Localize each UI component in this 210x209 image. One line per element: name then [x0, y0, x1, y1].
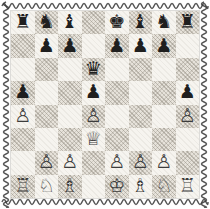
square-h5[interactable]: ♟	[176, 81, 200, 104]
square-f1[interactable]: ♗	[129, 175, 153, 198]
piece-black-pawn[interactable]: ♟	[179, 82, 196, 101]
square-e3[interactable]	[105, 128, 129, 151]
square-c6[interactable]	[58, 58, 82, 81]
piece-white-pawn[interactable]: ♙	[155, 152, 172, 171]
square-a1[interactable]: ♖	[11, 175, 35, 198]
piece-white-pawn[interactable]: ♙	[38, 152, 55, 171]
square-a4[interactable]: ♙	[11, 105, 35, 128]
square-f3[interactable]	[129, 128, 153, 151]
piece-white-pawn[interactable]: ♙	[61, 152, 78, 171]
square-c5[interactable]	[58, 81, 82, 104]
square-e7[interactable]: ♟	[105, 34, 129, 57]
wave-line	[2, 4, 208, 9]
square-a2[interactable]	[11, 151, 35, 174]
piece-white-pawn[interactable]: ♙	[179, 106, 196, 125]
square-h7[interactable]	[176, 34, 200, 57]
piece-black-bishop[interactable]: ♝	[61, 12, 78, 31]
piece-black-pawn[interactable]: ♟	[155, 36, 172, 55]
square-e4[interactable]	[105, 105, 129, 128]
piece-white-bishop[interactable]: ♗	[61, 176, 78, 195]
square-h4[interactable]: ♙	[176, 105, 200, 128]
piece-white-rook[interactable]: ♖	[14, 176, 31, 195]
square-h8[interactable]: ♜	[176, 11, 200, 34]
square-c7[interactable]: ♟	[58, 34, 82, 57]
piece-black-pawn[interactable]: ♟	[14, 82, 31, 101]
square-f5[interactable]	[129, 81, 153, 104]
square-e1[interactable]: ♔	[105, 175, 129, 198]
square-b8[interactable]: ♞	[35, 11, 59, 34]
square-f8[interactable]: ♝	[129, 11, 153, 34]
piece-black-pawn[interactable]: ♟	[61, 36, 78, 55]
square-g7[interactable]: ♟	[152, 34, 176, 57]
square-b7[interactable]: ♟	[35, 34, 59, 57]
piece-black-rook[interactable]: ♜	[179, 12, 196, 31]
piece-black-queen[interactable]: ♛	[85, 59, 102, 78]
square-b4[interactable]	[35, 105, 59, 128]
piece-white-bishop[interactable]: ♗	[132, 176, 149, 195]
square-a5[interactable]: ♟	[11, 81, 35, 104]
piece-white-rook[interactable]: ♖	[179, 176, 196, 195]
square-e5[interactable]	[105, 81, 129, 104]
square-h2[interactable]	[176, 151, 200, 174]
square-b3[interactable]	[35, 128, 59, 151]
wave-line	[202, 2, 207, 207]
square-d5[interactable]: ♟	[82, 81, 106, 104]
wave-line	[2, 200, 208, 205]
piece-black-king[interactable]: ♚	[108, 12, 125, 31]
square-c8[interactable]: ♝	[58, 11, 82, 34]
piece-white-king[interactable]: ♔	[108, 176, 125, 195]
square-g8[interactable]: ♞	[152, 11, 176, 34]
square-g6[interactable]	[152, 58, 176, 81]
square-g2[interactable]: ♙	[152, 151, 176, 174]
piece-white-knight[interactable]: ♘	[38, 176, 55, 195]
square-d4[interactable]: ♙	[82, 105, 106, 128]
square-d2[interactable]	[82, 151, 106, 174]
piece-white-pawn[interactable]: ♙	[108, 152, 125, 171]
square-d6[interactable]: ♛	[82, 58, 106, 81]
square-f7[interactable]: ♟	[129, 34, 153, 57]
square-c2[interactable]: ♙	[58, 151, 82, 174]
piece-black-knight[interactable]: ♞	[38, 12, 55, 31]
square-f6[interactable]	[129, 58, 153, 81]
square-f2[interactable]: ♙	[129, 151, 153, 174]
square-e2[interactable]: ♙	[105, 151, 129, 174]
square-d8[interactable]	[82, 11, 106, 34]
square-b5[interactable]	[35, 81, 59, 104]
square-a8[interactable]: ♜	[11, 11, 35, 34]
square-c1[interactable]: ♗	[58, 175, 82, 198]
square-a7[interactable]	[11, 34, 35, 57]
wave-line	[4, 2, 9, 207]
square-a3[interactable]	[11, 128, 35, 151]
piece-black-bishop[interactable]: ♝	[132, 12, 149, 31]
piece-black-rook[interactable]: ♜	[14, 12, 31, 31]
square-c4[interactable]	[58, 105, 82, 128]
square-d7[interactable]	[82, 34, 106, 57]
square-g4[interactable]	[152, 105, 176, 128]
piece-black-knight[interactable]: ♞	[155, 12, 172, 31]
piece-black-pawn[interactable]: ♟	[85, 82, 102, 101]
square-f4[interactable]	[129, 105, 153, 128]
square-e8[interactable]: ♚	[105, 11, 129, 34]
square-b6[interactable]	[35, 58, 59, 81]
piece-white-pawn[interactable]: ♙	[85, 106, 102, 125]
piece-white-knight[interactable]: ♘	[155, 176, 172, 195]
piece-black-pawn[interactable]: ♟	[108, 36, 125, 55]
square-d1[interactable]	[82, 175, 106, 198]
square-g5[interactable]	[152, 81, 176, 104]
chess-board: ♜♞♝♚♝♞♜♟♟♟♟♟♛♟♟♟♙♙♙♕♙♙♙♙♙♖♘♗♔♗♘♖	[11, 11, 199, 198]
piece-black-pawn[interactable]: ♟	[38, 36, 55, 55]
square-g3[interactable]	[152, 128, 176, 151]
square-a6[interactable]	[11, 58, 35, 81]
square-e6[interactable]	[105, 58, 129, 81]
piece-white-queen[interactable]: ♕	[85, 129, 102, 148]
piece-black-pawn[interactable]: ♟	[132, 36, 149, 55]
square-g1[interactable]: ♘	[152, 175, 176, 198]
chess-diagram: ♜♞♝♚♝♞♜♟♟♟♟♟♛♟♟♟♙♙♙♕♙♙♙♙♙♖♘♗♔♗♘♖	[0, 0, 210, 209]
square-b2[interactable]: ♙	[35, 151, 59, 174]
piece-white-pawn[interactable]: ♙	[132, 152, 149, 171]
square-h3[interactable]	[176, 128, 200, 151]
square-d3[interactable]: ♕	[82, 128, 106, 151]
square-h6[interactable]	[176, 58, 200, 81]
square-h1[interactable]: ♖	[176, 175, 200, 198]
piece-white-pawn[interactable]: ♙	[14, 106, 31, 125]
square-b1[interactable]: ♘	[35, 175, 59, 198]
square-c3[interactable]	[58, 128, 82, 151]
